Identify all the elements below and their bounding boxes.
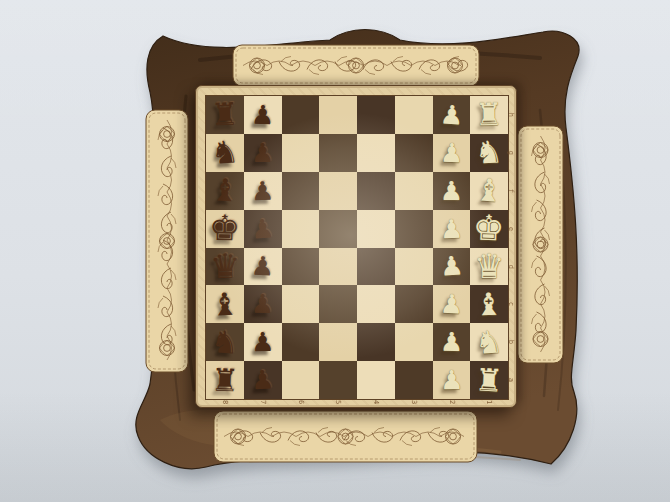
- square-b2: ♟: [433, 323, 471, 361]
- square-c7: ♟: [244, 285, 282, 323]
- rank-label-1: 1: [484, 383, 494, 421]
- square-d7: ♟: [244, 248, 282, 286]
- square-d2: ♟: [433, 248, 471, 286]
- piece-bP-b7: ♟: [251, 329, 275, 355]
- piece-bB-f8: ♝: [210, 174, 239, 206]
- square-c5: [319, 285, 357, 323]
- square-e3: [395, 210, 433, 248]
- square-f3: [395, 172, 433, 210]
- square-g3: [395, 134, 433, 172]
- square-d3: [395, 248, 433, 286]
- square-b3: [395, 323, 433, 361]
- square-g4: [357, 134, 395, 172]
- piece-bN-b8: ♞: [210, 326, 240, 359]
- piece-bP-f7: ♟: [251, 177, 275, 204]
- square-d8: ♛: [206, 248, 244, 286]
- square-f6: [282, 172, 320, 210]
- piece-wP-c2: ♟: [439, 291, 464, 318]
- square-e4: [357, 210, 395, 248]
- square-e5: [319, 210, 357, 248]
- piece-bR-h8: ♜: [210, 99, 239, 131]
- file-label-e: e: [492, 224, 530, 234]
- square-e2: ♟: [433, 210, 471, 248]
- square-e6: [282, 210, 320, 248]
- piece-bP-g7: ♟: [251, 140, 274, 166]
- square-g6: [282, 134, 320, 172]
- piece-wP-g2: ♟: [439, 139, 463, 166]
- piece-wP-b2: ♟: [439, 329, 463, 355]
- file-label-d: d: [492, 261, 530, 271]
- square-h8: ♜: [206, 96, 244, 134]
- file-labels-right: hgfedcba: [506, 96, 516, 399]
- square-h2: ♟: [433, 96, 471, 134]
- piece-bK-e8: ♚: [209, 211, 241, 247]
- square-d6: [282, 248, 320, 286]
- rank-label-2: 2: [446, 383, 456, 421]
- square-e8: ♚: [206, 210, 244, 248]
- square-f5: [319, 172, 357, 210]
- file-label-f: f: [492, 186, 530, 196]
- square-b7: ♟: [244, 323, 282, 361]
- piece-wP-d2: ♟: [439, 253, 464, 281]
- piece-bP-h7: ♟: [251, 102, 275, 129]
- square-c4: [357, 285, 395, 323]
- square-g5: [319, 134, 357, 172]
- piece-bP-d7: ♟: [250, 253, 275, 280]
- square-g2: ♟: [433, 134, 471, 172]
- piece-wP-e2: ♟: [439, 215, 463, 242]
- square-h5: [319, 96, 357, 134]
- board-squares: ♜♟♟♜♞♟♟♞♝♟♟♝♚♟♟♚♛♟♟♛♝♟♟♝♞♟♟♞♜♟♟♜: [206, 96, 508, 399]
- rank-label-3: 3: [409, 383, 419, 421]
- square-c8: ♝: [206, 285, 244, 323]
- rank-label-4: 4: [371, 383, 381, 421]
- piece-bN-g8: ♞: [210, 136, 240, 169]
- piece-bP-c7: ♟: [251, 291, 275, 317]
- piece-bB-c8: ♝: [210, 288, 239, 320]
- file-label-g: g: [492, 148, 530, 158]
- square-f7: ♟: [244, 172, 282, 210]
- square-e7: ♟: [244, 210, 282, 248]
- square-g7: ♟: [244, 134, 282, 172]
- square-b8: ♞: [206, 323, 244, 361]
- square-h6: [282, 96, 320, 134]
- piece-bP-e7: ♟: [250, 215, 275, 243]
- rank-label-7: 7: [258, 383, 268, 421]
- piece-bQ-d8: ♛: [209, 249, 240, 284]
- square-f2: ♟: [433, 172, 471, 210]
- chess-board: ♜♟♟♜♞♟♟♞♝♟♟♝♚♟♟♚♛♟♟♛♝♟♟♝♞♟♟♞♜♟♟♜ 8765432…: [195, 85, 517, 408]
- file-label-a: a: [492, 375, 530, 385]
- square-f8: ♝: [206, 172, 244, 210]
- rank-labels-bottom: 87654321: [206, 397, 508, 407]
- square-c3: [395, 285, 433, 323]
- square-b6: [282, 323, 320, 361]
- piece-wP-h2: ♟: [439, 101, 464, 129]
- square-c2: ♟: [433, 285, 471, 323]
- square-b5: [319, 323, 357, 361]
- rank-label-5: 5: [333, 383, 343, 421]
- square-d4: [357, 248, 395, 286]
- rank-label-6: 6: [295, 383, 305, 421]
- square-d5: [319, 248, 357, 286]
- piece-wP-f2: ♟: [440, 178, 463, 204]
- photo-of-wooden-chess-set: ♜♟♟♜♞♟♟♞♝♟♟♝♚♟♟♚♛♟♟♛♝♟♟♝♞♟♟♞♜♟♟♜ 8765432…: [0, 0, 670, 502]
- square-f4: [357, 172, 395, 210]
- file-label-c: c: [492, 299, 530, 309]
- file-label-b: b: [492, 337, 530, 347]
- square-h7: ♟: [244, 96, 282, 134]
- square-h3: [395, 96, 433, 134]
- square-h4: [357, 96, 395, 134]
- square-b4: [357, 323, 395, 361]
- square-c6: [282, 285, 320, 323]
- file-label-h: h: [492, 110, 530, 120]
- rank-label-8: 8: [220, 383, 230, 421]
- square-g8: ♞: [206, 134, 244, 172]
